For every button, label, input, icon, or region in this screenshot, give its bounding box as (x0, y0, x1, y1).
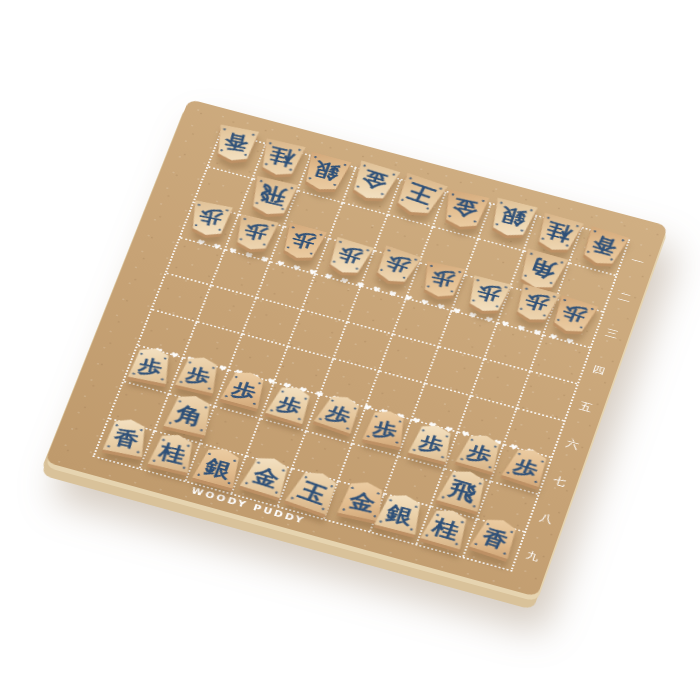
rank-label: 一 (624, 252, 652, 271)
pieces-layer: 香桂銀金王金銀桂香飛角歩歩歩歩歩歩歩歩歩歩歩歩歩歩歩歩歩歩角飛香桂銀金玉金銀桂香 (92, 131, 630, 572)
piece-kanji: 金 (347, 489, 377, 514)
piece-kanji: 歩 (511, 456, 541, 480)
piece-gote-lance[interactable]: 香 (577, 226, 630, 270)
piece-kanji: 桂 (430, 516, 462, 542)
piece-kanji: 香 (222, 132, 250, 154)
piece-gote-king[interactable]: 王 (390, 173, 449, 220)
piece-sente-pawn[interactable]: 歩 (127, 345, 175, 385)
piece-sente-silver[interactable]: 銀 (191, 444, 246, 489)
piece-sente-pawn[interactable]: 歩 (361, 407, 410, 448)
shogi-board: ♥♥♥♥♥♥♥♥♥♥♥♥♥♥♥♥♥♥♥♥♥♥♥♥ ♥♥♥♥♥♥♥♥♥♥♥♥♥♥♥… (45, 99, 668, 597)
piece-gote-knight[interactable]: 桂 (255, 138, 306, 179)
piece-kanji: 金 (358, 168, 389, 193)
piece-kanji: 角 (174, 403, 206, 429)
piece-gote-pawn[interactable]: 歩 (186, 200, 233, 239)
piece-sente-pawn[interactable]: 歩 (174, 353, 223, 394)
piece-kanji: 歩 (323, 402, 353, 426)
piece-gote-pawn[interactable]: 歩 (323, 236, 374, 277)
piece-gote-gold[interactable]: 金 (439, 189, 490, 231)
piece-gote-pawn[interactable]: 歩 (463, 275, 512, 316)
piece-kanji: 香 (589, 234, 620, 258)
photo-background: ♥♥♥♥♥♥♥♥♥♥♥♥♥♥♥♥♥♥♥♥♥♥♥♥ ♥♥♥♥♥♥♥♥♥♥♥♥♥♥♥… (0, 0, 700, 700)
piece-gote-pawn[interactable]: 歩 (418, 261, 466, 301)
piece-sente-pawn[interactable]: 歩 (313, 390, 366, 433)
piece-sente-pawn[interactable]: 歩 (407, 421, 457, 463)
rank-label: 九 (518, 547, 546, 566)
piece-kanji: 歩 (559, 303, 588, 326)
piece-kanji: 金 (250, 464, 282, 490)
rank-label: 四 (585, 361, 613, 380)
rank-label: 五 (572, 398, 600, 417)
piece-gote-pawn[interactable]: 歩 (231, 214, 280, 254)
piece-kanji: 玉 (295, 478, 331, 507)
piece-kanji: 飛 (257, 183, 288, 208)
piece-kanji: 歩 (429, 268, 456, 290)
piece-kanji: 歩 (522, 291, 551, 314)
piece-kanji: 飛 (446, 477, 479, 504)
piece-sente-rook[interactable]: 飛 (435, 466, 492, 513)
piece-kanji: 銀 (202, 455, 234, 480)
piece-gote-rook[interactable]: 飛 (246, 176, 299, 219)
rank-label: 三 (598, 325, 626, 344)
piece-kanji: 歩 (197, 207, 224, 228)
piece-kanji: 角 (526, 256, 558, 282)
piece-gote-knight[interactable]: 桂 (531, 212, 584, 255)
piece-sente-king[interactable]: 玉 (284, 466, 344, 515)
piece-sente-lance[interactable]: 香 (102, 416, 152, 458)
piece-gote-lance[interactable]: 香 (211, 125, 259, 165)
piece-kanji: 歩 (242, 221, 270, 243)
piece-sente-bishop[interactable]: 角 (163, 391, 217, 436)
piece-kanji: 歩 (276, 393, 306, 417)
rank-label: 七 (545, 472, 573, 491)
piece-kanji: 香 (112, 427, 141, 450)
piece-kanji: 歩 (465, 441, 494, 465)
piece-kanji: 歩 (382, 253, 412, 276)
piece-kanji: 歩 (289, 230, 317, 253)
piece-gote-pawn[interactable]: 歩 (370, 245, 422, 287)
piece-kanji: 歩 (230, 378, 259, 401)
piece-kanji: 歩 (335, 244, 364, 267)
piece-kanji: 歩 (475, 282, 503, 304)
piece-sente-pawn[interactable]: 歩 (265, 382, 317, 424)
rank-label: 六 (558, 435, 586, 454)
piece-gote-pawn[interactable]: 歩 (278, 222, 328, 263)
rank-label: 八 (532, 510, 560, 529)
piece-kanji: 歩 (371, 418, 399, 440)
piece-kanji: 桂 (543, 219, 574, 244)
shogi-board-wrap: ♥♥♥♥♥♥♥♥♥♥♥♥♥♥♥♥♥♥♥♥♥♥♥♥ ♥♥♥♥♥♥♥♥♥♥♥♥♥♥♥… (0, 0, 700, 700)
piece-sente-pawn[interactable]: 歩 (220, 367, 271, 409)
piece-kanji: 歩 (417, 432, 445, 455)
piece-kanji: 歩 (184, 364, 212, 386)
piece-sente-lance[interactable]: 香 (469, 514, 524, 560)
piece-gote-silver[interactable]: 銀 (486, 198, 539, 241)
piece-kanji: 金 (450, 197, 479, 221)
piece-kanji: 銀 (498, 205, 528, 229)
piece-kanji: 銀 (384, 502, 415, 527)
piece-kanji: 歩 (137, 355, 164, 377)
piece-kanji: 銀 (311, 159, 342, 183)
piece-kanji: 桂 (266, 145, 296, 169)
piece-sente-knight[interactable]: 桂 (147, 430, 199, 473)
piece-kanji: 王 (402, 181, 437, 208)
piece-sente-pawn[interactable]: 歩 (455, 430, 506, 472)
piece-kanji: 香 (479, 526, 510, 551)
piece-kanji: 桂 (157, 441, 188, 466)
piece-gote-silver[interactable]: 銀 (299, 151, 352, 194)
piece-sente-knight[interactable]: 桂 (420, 505, 474, 550)
rank-label: 二 (611, 288, 639, 307)
